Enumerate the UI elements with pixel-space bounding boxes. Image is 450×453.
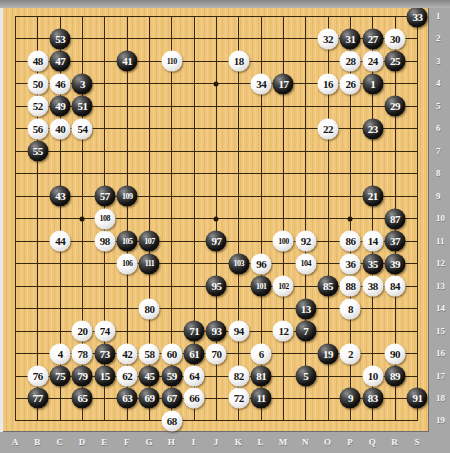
stone-black-R3: 25 xyxy=(385,51,406,72)
row-label-5: 5 xyxy=(436,101,441,111)
stone-move-number: 44 xyxy=(55,236,65,247)
stone-white-L16: 6 xyxy=(251,343,272,364)
stone-black-R11: 37 xyxy=(385,231,406,252)
stone-move-number: 96 xyxy=(256,258,266,269)
column-label-E: E xyxy=(101,437,107,447)
stone-move-number: 67 xyxy=(167,393,177,404)
stone-black-K12: 103 xyxy=(228,253,249,274)
stone-black-B7: 55 xyxy=(27,141,48,162)
stone-move-number: 100 xyxy=(278,237,289,245)
stone-move-number: 98 xyxy=(100,236,110,247)
stone-move-number: 88 xyxy=(345,281,355,292)
stone-move-number: 61 xyxy=(189,348,199,359)
stone-move-number: 101 xyxy=(256,282,267,290)
stone-white-B17: 76 xyxy=(27,366,48,387)
stone-move-number: 85 xyxy=(323,281,333,292)
stone-move-number: 2 xyxy=(348,348,353,359)
stone-white-P14: 8 xyxy=(340,298,361,319)
stone-white-C16: 4 xyxy=(50,343,71,364)
stone-move-number: 15 xyxy=(100,371,110,382)
stone-black-D5: 51 xyxy=(72,96,93,117)
stone-move-number: 107 xyxy=(144,237,155,245)
stone-move-number: 37 xyxy=(390,236,400,247)
stone-black-Q9: 21 xyxy=(362,186,383,207)
stone-black-C5: 49 xyxy=(50,96,71,117)
stone-move-number: 76 xyxy=(33,371,43,382)
row-label-8: 8 xyxy=(436,168,441,178)
stone-black-M4: 17 xyxy=(273,73,294,94)
stone-move-number: 30 xyxy=(390,33,400,44)
star-point xyxy=(214,81,219,86)
row-label-10: 10 xyxy=(436,213,445,223)
stone-move-number: 68 xyxy=(167,415,177,426)
stone-move-number: 87 xyxy=(390,213,400,224)
stone-move-number: 16 xyxy=(323,78,333,89)
stone-black-G12: 111 xyxy=(139,253,160,274)
stone-black-L17: 81 xyxy=(251,366,272,387)
stone-move-number: 91 xyxy=(412,393,422,404)
stone-black-Q2: 27 xyxy=(362,28,383,49)
stone-white-E10: 108 xyxy=(94,208,115,229)
stone-move-number: 29 xyxy=(390,101,400,112)
stone-move-number: 110 xyxy=(167,57,177,65)
stone-move-number: 34 xyxy=(256,78,266,89)
stone-white-B3: 48 xyxy=(27,51,48,72)
stone-move-number: 8 xyxy=(348,303,353,314)
stone-move-number: 14 xyxy=(368,236,378,247)
stone-black-J13: 95 xyxy=(206,276,227,297)
stone-black-B18: 77 xyxy=(27,388,48,409)
stone-black-C9: 43 xyxy=(50,186,71,207)
stone-move-number: 62 xyxy=(122,371,132,382)
stone-move-number: 111 xyxy=(145,260,155,268)
stone-move-number: 28 xyxy=(345,56,355,67)
stone-move-number: 73 xyxy=(100,348,110,359)
stone-black-F3: 41 xyxy=(117,51,138,72)
stone-move-number: 97 xyxy=(211,236,221,247)
stone-black-D17: 79 xyxy=(72,366,93,387)
column-label-F: F xyxy=(124,437,130,447)
stone-white-M13: 102 xyxy=(273,276,294,297)
stone-white-H19: 68 xyxy=(161,410,182,431)
stone-black-G17: 45 xyxy=(139,366,160,387)
row-label-18: 18 xyxy=(436,393,445,403)
stone-move-number: 65 xyxy=(77,393,87,404)
column-label-A: A xyxy=(12,437,19,447)
column-label-L: L xyxy=(258,437,264,447)
stone-white-R16: 90 xyxy=(385,343,406,364)
stone-white-G14: 80 xyxy=(139,298,160,319)
column-label-J: J xyxy=(214,437,219,447)
column-label-P: P xyxy=(347,437,353,447)
stone-move-number: 81 xyxy=(256,371,266,382)
stone-move-number: 95 xyxy=(211,281,221,292)
star-point xyxy=(80,216,85,221)
stone-move-number: 106 xyxy=(122,260,133,268)
row-label-15: 15 xyxy=(436,326,445,336)
stone-white-Q3: 24 xyxy=(362,51,383,72)
stone-move-number: 54 xyxy=(77,123,87,134)
column-label-O: O xyxy=(324,437,331,447)
go-board[interactable]: 1234567891011121314151617181920212223242… xyxy=(3,8,429,432)
stone-white-N11: 92 xyxy=(295,231,316,252)
column-label-D: D xyxy=(79,437,86,447)
column-label-N: N xyxy=(302,437,309,447)
stone-white-L4: 34 xyxy=(251,73,272,94)
stone-white-O2: 32 xyxy=(318,28,339,49)
stone-move-number: 45 xyxy=(144,371,154,382)
stone-white-D15: 20 xyxy=(72,321,93,342)
stone-black-Q4: 1 xyxy=(362,73,383,94)
stone-move-number: 47 xyxy=(55,56,65,67)
stone-white-E11: 98 xyxy=(94,231,115,252)
row-label-6: 6 xyxy=(436,123,441,133)
row-label-13: 13 xyxy=(436,281,445,291)
stone-move-number: 57 xyxy=(100,191,110,202)
stone-move-number: 104 xyxy=(301,260,312,268)
stone-move-number: 35 xyxy=(368,258,378,269)
stone-move-number: 108 xyxy=(100,215,111,223)
stone-move-number: 5 xyxy=(303,371,308,382)
stone-white-K17: 82 xyxy=(228,366,249,387)
column-label-H: H xyxy=(168,437,175,447)
stone-move-number: 21 xyxy=(368,191,378,202)
row-label-16: 16 xyxy=(436,348,445,358)
stone-black-C2: 53 xyxy=(50,28,71,49)
stone-white-F12: 106 xyxy=(117,253,138,274)
stone-move-number: 53 xyxy=(55,33,65,44)
stone-white-C6: 40 xyxy=(50,118,71,139)
stone-move-number: 66 xyxy=(189,393,199,404)
grid-vline xyxy=(305,16,306,420)
grid-vline xyxy=(417,16,418,420)
stone-move-number: 86 xyxy=(345,236,355,247)
stone-black-N15: 7 xyxy=(295,321,316,342)
stone-black-P2: 31 xyxy=(340,28,361,49)
column-label-K: K xyxy=(235,437,242,447)
stone-move-number: 79 xyxy=(77,371,87,382)
stone-black-R10: 87 xyxy=(385,208,406,229)
stone-move-number: 25 xyxy=(390,56,400,67)
stone-black-N17: 5 xyxy=(295,366,316,387)
stone-move-number: 71 xyxy=(189,326,199,337)
stone-black-F18: 63 xyxy=(117,388,138,409)
stone-move-number: 82 xyxy=(234,371,244,382)
go-diagram-frame: 1234567891011121314151617181920212223242… xyxy=(0,0,450,453)
stone-move-number: 22 xyxy=(323,123,333,134)
stone-black-R5: 29 xyxy=(385,96,406,117)
stone-move-number: 19 xyxy=(323,348,333,359)
stone-move-number: 31 xyxy=(345,33,355,44)
stone-white-G16: 58 xyxy=(139,343,160,364)
stone-white-K18: 72 xyxy=(228,388,249,409)
stone-white-P4: 26 xyxy=(340,73,361,94)
stone-black-G18: 69 xyxy=(139,388,160,409)
stone-black-F11: 105 xyxy=(117,231,138,252)
stone-move-number: 70 xyxy=(211,348,221,359)
stone-move-number: 27 xyxy=(368,33,378,44)
stone-move-number: 1 xyxy=(370,78,375,89)
stone-black-O13: 85 xyxy=(318,276,339,297)
stone-white-H3: 110 xyxy=(161,51,182,72)
stone-white-F17: 62 xyxy=(117,366,138,387)
stone-move-number: 59 xyxy=(167,371,177,382)
stone-move-number: 93 xyxy=(211,326,221,337)
stone-black-Q12: 35 xyxy=(362,253,383,274)
stone-move-number: 64 xyxy=(189,371,199,382)
top-border-strip xyxy=(0,0,450,8)
stone-white-P3: 28 xyxy=(340,51,361,72)
stone-white-Q11: 14 xyxy=(362,231,383,252)
stone-move-number: 69 xyxy=(144,393,154,404)
row-label-1: 1 xyxy=(436,11,441,21)
stone-white-I18: 66 xyxy=(184,388,205,409)
stone-white-F16: 42 xyxy=(117,343,138,364)
column-label-I: I xyxy=(192,437,196,447)
stone-white-H16: 60 xyxy=(161,343,182,364)
stone-black-R17: 89 xyxy=(385,366,406,387)
stone-white-E15: 74 xyxy=(94,321,115,342)
stone-move-number: 46 xyxy=(55,78,65,89)
stone-black-I16: 61 xyxy=(184,343,205,364)
stone-move-number: 18 xyxy=(234,56,244,67)
stone-move-number: 84 xyxy=(390,281,400,292)
stone-white-P11: 86 xyxy=(340,231,361,252)
stone-white-Q17: 10 xyxy=(362,366,383,387)
stone-black-I15: 71 xyxy=(184,321,205,342)
stone-black-E9: 57 xyxy=(94,186,115,207)
stone-white-P16: 2 xyxy=(340,343,361,364)
column-label-S: S xyxy=(414,437,419,447)
stone-move-number: 103 xyxy=(234,260,245,268)
stone-black-P18: 9 xyxy=(340,388,361,409)
stone-move-number: 80 xyxy=(144,303,154,314)
stone-white-R13: 84 xyxy=(385,276,406,297)
stone-white-K3: 18 xyxy=(228,51,249,72)
star-point xyxy=(348,216,353,221)
stone-black-H17: 59 xyxy=(161,366,182,387)
star-point xyxy=(214,216,219,221)
stone-move-number: 20 xyxy=(77,326,87,337)
stone-white-Q13: 38 xyxy=(362,276,383,297)
stone-black-G11: 107 xyxy=(139,231,160,252)
stone-move-number: 9 xyxy=(348,393,353,404)
stone-move-number: 17 xyxy=(278,78,288,89)
row-label-7: 7 xyxy=(436,146,441,156)
row-label-3: 3 xyxy=(436,56,441,66)
stone-black-L13: 101 xyxy=(251,276,272,297)
stone-white-D16: 78 xyxy=(72,343,93,364)
stone-black-C3: 47 xyxy=(50,51,71,72)
stone-move-number: 40 xyxy=(55,123,65,134)
stone-black-C17: 75 xyxy=(50,366,71,387)
stone-move-number: 63 xyxy=(122,393,132,404)
stone-black-E16: 73 xyxy=(94,343,115,364)
stone-black-S1: 33 xyxy=(407,6,428,27)
stone-white-O4: 16 xyxy=(318,73,339,94)
stone-white-B5: 52 xyxy=(27,96,48,117)
stone-white-C11: 44 xyxy=(50,231,71,252)
column-label-G: G xyxy=(145,437,152,447)
stone-move-number: 10 xyxy=(368,371,378,382)
stone-move-number: 102 xyxy=(278,282,289,290)
stone-black-F9: 109 xyxy=(117,186,138,207)
stone-black-E17: 15 xyxy=(94,366,115,387)
stone-black-J11: 97 xyxy=(206,231,227,252)
stone-white-N12: 104 xyxy=(295,253,316,274)
stone-move-number: 56 xyxy=(33,123,43,134)
stone-move-number: 94 xyxy=(234,326,244,337)
stone-black-D18: 65 xyxy=(72,388,93,409)
stone-black-S18: 91 xyxy=(407,388,428,409)
stone-white-R2: 30 xyxy=(385,28,406,49)
stone-move-number: 12 xyxy=(278,326,288,337)
stone-move-number: 13 xyxy=(301,303,311,314)
stone-move-number: 89 xyxy=(390,371,400,382)
row-label-12: 12 xyxy=(436,258,445,268)
stone-white-J16: 70 xyxy=(206,343,227,364)
stone-move-number: 75 xyxy=(55,371,65,382)
stone-white-B6: 56 xyxy=(27,118,48,139)
stone-white-M15: 12 xyxy=(273,321,294,342)
stone-move-number: 83 xyxy=(368,393,378,404)
row-label-9: 9 xyxy=(436,191,441,201)
stone-black-L18: 11 xyxy=(251,388,272,409)
stone-move-number: 109 xyxy=(122,192,133,200)
column-label-C: C xyxy=(56,437,63,447)
stone-white-K15: 94 xyxy=(228,321,249,342)
stone-move-number: 7 xyxy=(303,326,308,337)
stone-white-P12: 36 xyxy=(340,253,361,274)
stone-move-number: 55 xyxy=(33,146,43,157)
stone-black-Q18: 83 xyxy=(362,388,383,409)
stone-move-number: 105 xyxy=(122,237,133,245)
stone-black-Q6: 23 xyxy=(362,118,383,139)
stone-move-number: 11 xyxy=(256,393,265,404)
stone-move-number: 48 xyxy=(33,56,43,67)
grid-vline xyxy=(238,16,239,420)
stone-black-H18: 67 xyxy=(161,388,182,409)
stone-move-number: 23 xyxy=(368,123,378,134)
stone-move-number: 49 xyxy=(55,101,65,112)
stone-move-number: 6 xyxy=(259,348,264,359)
column-label-R: R xyxy=(391,437,398,447)
stone-move-number: 52 xyxy=(33,101,43,112)
stone-move-number: 92 xyxy=(301,236,311,247)
stone-move-number: 90 xyxy=(390,348,400,359)
row-label-14: 14 xyxy=(436,303,445,313)
stone-move-number: 60 xyxy=(167,348,177,359)
stone-move-number: 32 xyxy=(323,33,333,44)
stone-move-number: 72 xyxy=(234,393,244,404)
row-label-19: 19 xyxy=(436,415,445,425)
stone-move-number: 78 xyxy=(77,348,87,359)
stone-white-O6: 22 xyxy=(318,118,339,139)
stone-black-O16: 19 xyxy=(318,343,339,364)
stone-move-number: 74 xyxy=(100,326,110,337)
stone-move-number: 26 xyxy=(345,78,355,89)
stone-move-number: 33 xyxy=(412,11,422,22)
row-label-17: 17 xyxy=(436,371,445,381)
stone-white-I17: 64 xyxy=(184,366,205,387)
stone-white-C4: 46 xyxy=(50,73,71,94)
stone-white-B4: 50 xyxy=(27,73,48,94)
stone-move-number: 4 xyxy=(58,348,63,359)
stone-move-number: 39 xyxy=(390,258,400,269)
stone-white-L12: 96 xyxy=(251,253,272,274)
stone-white-M11: 100 xyxy=(273,231,294,252)
stone-move-number: 50 xyxy=(33,78,43,89)
column-label-M: M xyxy=(279,437,288,447)
stone-white-P13: 88 xyxy=(340,276,361,297)
stone-white-D6: 54 xyxy=(72,118,93,139)
row-label-2: 2 xyxy=(436,33,441,43)
stone-black-N14: 13 xyxy=(295,298,316,319)
column-label-B: B xyxy=(34,437,40,447)
grid-hline xyxy=(15,420,418,421)
stone-move-number: 36 xyxy=(345,258,355,269)
stone-move-number: 41 xyxy=(122,56,132,67)
left-border-strip xyxy=(0,8,3,432)
stone-move-number: 51 xyxy=(77,101,87,112)
row-label-4: 4 xyxy=(436,78,441,88)
stone-move-number: 58 xyxy=(144,348,154,359)
stone-move-number: 24 xyxy=(368,56,378,67)
stone-move-number: 3 xyxy=(80,78,85,89)
stone-move-number: 43 xyxy=(55,191,65,202)
stone-move-number: 42 xyxy=(122,348,132,359)
column-label-Q: Q xyxy=(369,437,376,447)
stone-move-number: 77 xyxy=(33,393,43,404)
stone-black-R12: 39 xyxy=(385,253,406,274)
stone-black-D4: 3 xyxy=(72,73,93,94)
stone-black-J15: 93 xyxy=(206,321,227,342)
row-label-11: 11 xyxy=(436,236,445,246)
stone-move-number: 38 xyxy=(368,281,378,292)
